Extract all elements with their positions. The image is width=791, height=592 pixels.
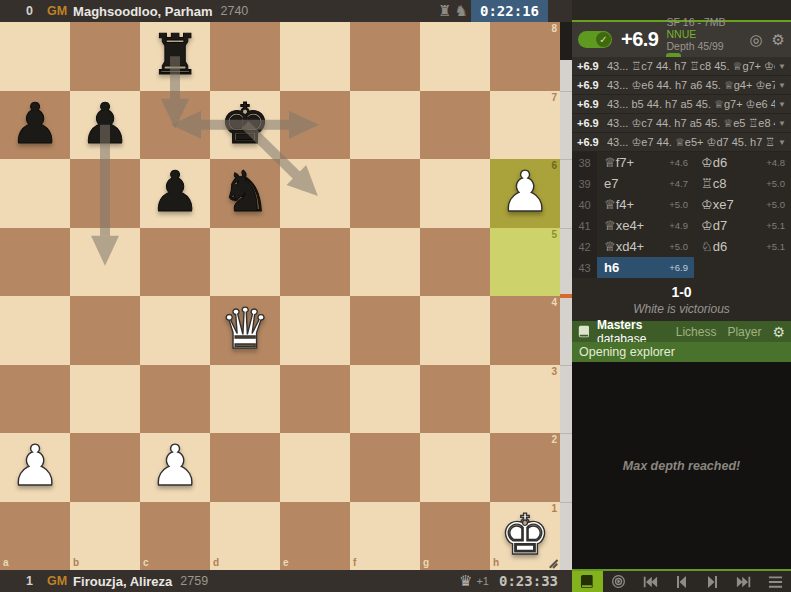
move-39-white[interactable]: e7+4.7 bbox=[597, 173, 694, 194]
line-moves: 43... b5 44. h7 a5 45. ♕g7+ ♔e6 46. h8=.… bbox=[607, 98, 775, 111]
file-label-b: b bbox=[73, 558, 79, 568]
move-41-black[interactable]: ♔d7+5.1 bbox=[694, 215, 791, 236]
file-label-g: g bbox=[423, 558, 429, 568]
square-d8[interactable] bbox=[210, 22, 280, 91]
rank-label-7: 7 bbox=[551, 93, 557, 103]
file-label-d: d bbox=[213, 558, 219, 568]
book-icon[interactable] bbox=[572, 571, 603, 592]
engine-line-2[interactable]: +6.943... ♔e6 44. h7 a6 45. ♕g4+ ♔e7 46.… bbox=[572, 76, 791, 95]
square-c1[interactable]: c bbox=[140, 502, 210, 571]
piece-black-rook-c8[interactable]: ♜ bbox=[140, 22, 210, 91]
panel-toolbar bbox=[572, 569, 791, 592]
square-h2[interactable]: 2 bbox=[490, 433, 560, 502]
square-e6[interactable] bbox=[280, 159, 350, 228]
move-38-white[interactable]: ♕f7++4.6 bbox=[597, 152, 694, 173]
engine-depth: Depth 45/99 bbox=[666, 40, 723, 52]
square-g3[interactable] bbox=[420, 365, 490, 434]
material-queen-icon: ♛ bbox=[459, 570, 472, 592]
square-f1[interactable]: f bbox=[350, 502, 420, 571]
move-list: 38♕f7++4.6♔d6+4.839e7+4.7♖c8+5.040♕f4++5… bbox=[572, 152, 791, 278]
captured-knight-icon: ♞ bbox=[455, 0, 468, 22]
eval-gauge-black-part bbox=[560, 22, 572, 60]
piece-black-pawn-a7[interactable]: ♟ bbox=[0, 91, 70, 160]
explorer-gear-icon[interactable]: ⚙ bbox=[772, 324, 785, 340]
engine-line-1[interactable]: +6.943... ♖c7 44. h7 ♖c8 45. ♕g7+ ♔e6 46… bbox=[572, 57, 791, 76]
move-42-white[interactable]: ♕xd4++5.0 bbox=[597, 236, 694, 257]
bottom-player-score: 1 bbox=[26, 574, 33, 588]
top-player-title: GM bbox=[47, 4, 67, 18]
top-player-bar: 0 GM Maghsoodloo, Parham 2740 ♜ ♞ 0:22:1… bbox=[0, 0, 572, 22]
book-icon bbox=[578, 325, 591, 338]
material-advantage: +1 bbox=[476, 575, 489, 587]
practice-target-icon[interactable]: ◎ bbox=[749, 32, 762, 48]
bottom-player-name[interactable]: Firouzja, Alireza bbox=[73, 574, 172, 589]
gyre-icon[interactable] bbox=[603, 571, 634, 592]
game-result: 1-0 bbox=[572, 283, 791, 301]
rank-label-8: 8 bbox=[551, 24, 557, 34]
previous-move-icon[interactable] bbox=[666, 571, 697, 592]
square-h7[interactable]: 7 bbox=[490, 91, 560, 160]
engine-header: ✓ +6.9 SF 16 - 7MB NNUE Depth 45/99 ∞ ◎ … bbox=[572, 20, 791, 57]
square-g7[interactable] bbox=[420, 91, 490, 160]
piece-white-pawn-h6[interactable]: ♟ bbox=[490, 159, 560, 228]
line-eval: +6.9 bbox=[577, 98, 607, 110]
eval-gauge-midline bbox=[560, 294, 572, 298]
eval-gauge bbox=[560, 22, 572, 570]
square-e1[interactable]: e bbox=[280, 502, 350, 571]
square-a8[interactable] bbox=[0, 22, 70, 91]
move-40-black[interactable]: ♔xe7+5.0 bbox=[694, 194, 791, 215]
move-row-43: 43h6+6.9 bbox=[572, 257, 791, 278]
square-b1[interactable]: b bbox=[70, 502, 140, 571]
square-e8[interactable] bbox=[280, 22, 350, 91]
square-e2[interactable] bbox=[280, 433, 350, 502]
bottom-player-title: GM bbox=[47, 574, 67, 588]
piece-black-king-d7[interactable]: ♚ bbox=[210, 91, 280, 160]
move-number: 40 bbox=[572, 194, 597, 215]
square-a5[interactable] bbox=[0, 228, 70, 297]
move-number: 43 bbox=[572, 257, 597, 278]
square-d1[interactable]: d bbox=[210, 502, 280, 571]
move-41-white[interactable]: ♕xe4++4.9 bbox=[597, 215, 694, 236]
chevron-down-icon[interactable]: ▼ bbox=[778, 62, 786, 71]
square-f8[interactable] bbox=[350, 22, 420, 91]
top-player-rating: 2740 bbox=[221, 4, 249, 18]
engine-lines: +6.943... ♖c7 44. h7 ♖c8 45. ♕g7+ ♔e6 46… bbox=[572, 57, 791, 152]
engine-toggle-check-icon: ✓ bbox=[596, 32, 611, 47]
line-moves: 43... ♔c7 44. h7 a5 45. ♕e5 ♖e8 46. ♕xe.… bbox=[607, 117, 775, 130]
square-a6[interactable] bbox=[0, 159, 70, 228]
engine-line-3[interactable]: +6.943... b5 44. h7 a5 45. ♕g7+ ♔e6 46. … bbox=[572, 95, 791, 114]
square-e5[interactable] bbox=[280, 228, 350, 297]
piece-black-knight-d6[interactable]: ♞ bbox=[210, 159, 280, 228]
piece-white-pawn-c2[interactable]: ♟ bbox=[140, 433, 210, 502]
square-f6[interactable] bbox=[350, 159, 420, 228]
analysis-panel: ✓ +6.9 SF 16 - 7MB NNUE Depth 45/99 ∞ ◎ … bbox=[572, 0, 791, 592]
square-a1[interactable]: a bbox=[0, 502, 70, 571]
file-label-c: c bbox=[143, 558, 149, 568]
square-h3[interactable]: 3 bbox=[490, 365, 560, 434]
square-b2[interactable] bbox=[70, 433, 140, 502]
move-number: 41 bbox=[572, 215, 597, 236]
captured-rook-icon: ♜ bbox=[438, 0, 451, 22]
gear-icon[interactable]: ⚙ bbox=[772, 32, 785, 48]
chevron-down-icon[interactable]: ▼ bbox=[778, 119, 786, 128]
piece-white-pawn-a2[interactable]: ♟ bbox=[0, 433, 70, 502]
square-a3[interactable] bbox=[0, 365, 70, 434]
rank-label-4: 4 bbox=[551, 298, 557, 308]
move-row-39: 39e7+4.7♖c8+5.0 bbox=[572, 173, 791, 194]
piece-black-pawn-b7[interactable]: ♟ bbox=[70, 91, 140, 160]
square-c7[interactable] bbox=[140, 91, 210, 160]
move-39-black[interactable]: ♖c8+5.0 bbox=[694, 173, 791, 194]
line-eval: +6.9 bbox=[577, 79, 607, 91]
square-b3[interactable] bbox=[70, 365, 140, 434]
explorer-body: Max depth reached! bbox=[572, 362, 791, 569]
opening-explorer-title: Opening explorer bbox=[572, 342, 791, 362]
game-result-block: 1-0 White is victorious bbox=[572, 278, 791, 321]
first-move-icon[interactable] bbox=[635, 571, 666, 592]
square-f3[interactable] bbox=[350, 365, 420, 434]
move-40-white[interactable]: ♕f4++5.0 bbox=[597, 194, 694, 215]
move-number: 42 bbox=[572, 236, 597, 257]
engine-name: SF 16 - 7MB bbox=[666, 16, 725, 28]
file-label-e: e bbox=[283, 558, 289, 568]
square-g1[interactable]: g bbox=[420, 502, 490, 571]
square-f7[interactable] bbox=[350, 91, 420, 160]
move-43-black bbox=[694, 257, 791, 278]
square-h4[interactable]: 4 bbox=[490, 296, 560, 365]
square-h5[interactable]: 5 bbox=[490, 228, 560, 297]
square-e7[interactable] bbox=[280, 91, 350, 160]
next-move-icon[interactable] bbox=[697, 571, 728, 592]
engine-toggle[interactable]: ✓ bbox=[578, 31, 612, 48]
top-player-name[interactable]: Maghsoodloo, Parham bbox=[73, 4, 212, 19]
move-number: 39 bbox=[572, 173, 597, 194]
bottom-player-bar: 1 GM Firouzja, Alireza 2759 ♛ +1 0:23:33 bbox=[0, 570, 572, 592]
line-eval: +6.9 bbox=[577, 117, 607, 129]
explorer-tab-player[interactable]: Player bbox=[727, 325, 761, 339]
menu-icon[interactable] bbox=[760, 571, 791, 592]
square-d2[interactable] bbox=[210, 433, 280, 502]
file-label-a: a bbox=[3, 558, 9, 568]
bottom-player-clock: 0:23:33 bbox=[499, 573, 572, 589]
line-moves: 43... ♔e6 44. h7 a6 45. ♕g4+ ♔e7 46. ♕..… bbox=[607, 79, 775, 92]
chevron-down-icon[interactable]: ▼ bbox=[778, 100, 786, 109]
square-f2[interactable] bbox=[350, 433, 420, 502]
square-b4[interactable] bbox=[70, 296, 140, 365]
line-eval: +6.9 bbox=[577, 136, 607, 148]
move-row-42: 42♕xd4++5.0♘d6+5.1 bbox=[572, 236, 791, 257]
rank-label-3: 3 bbox=[551, 367, 557, 377]
top-player-score: 0 bbox=[26, 4, 33, 18]
square-b5[interactable] bbox=[70, 228, 140, 297]
explorer-tabs: Masters databaseLichessPlayer⚙ bbox=[572, 321, 791, 342]
file-label-f: f bbox=[353, 558, 356, 568]
line-moves: 43... ♔e7 44. ♕e5+ ♔d7 45. h7 ♖e8 46.... bbox=[607, 136, 775, 149]
square-d3[interactable] bbox=[210, 365, 280, 434]
engine-line-4[interactable]: +6.943... ♔c7 44. h7 a5 45. ♕e5 ♖e8 46. … bbox=[572, 114, 791, 133]
line-eval: +6.9 bbox=[577, 60, 607, 72]
square-b8[interactable] bbox=[70, 22, 140, 91]
square-h8[interactable]: 8 bbox=[490, 22, 560, 91]
square-f4[interactable] bbox=[350, 296, 420, 365]
move-row-41: 41♕xe4++4.9♔d7+5.1 bbox=[572, 215, 791, 236]
piece-white-queen-d4[interactable]: ♛ bbox=[210, 296, 280, 365]
square-c5[interactable] bbox=[140, 228, 210, 297]
square-c4[interactable] bbox=[140, 296, 210, 365]
square-e4[interactable] bbox=[280, 296, 350, 365]
square-g5[interactable] bbox=[420, 228, 490, 297]
move-row-38: 38♕f7++4.6♔d6+4.8 bbox=[572, 152, 791, 173]
move-38-black[interactable]: ♔d6+4.8 bbox=[694, 152, 791, 173]
explorer-tab-lichess[interactable]: Lichess bbox=[676, 325, 717, 339]
rank-label-5: 5 bbox=[551, 230, 557, 240]
square-d5[interactable] bbox=[210, 228, 280, 297]
board-resize-handle[interactable] bbox=[549, 559, 558, 568]
engine-line-5[interactable]: +6.943... ♔e7 44. ♕e5+ ♔d7 45. h7 ♖e8 46… bbox=[572, 133, 791, 152]
move-42-black[interactable]: ♘d6+5.1 bbox=[694, 236, 791, 257]
line-moves: 43... ♖c7 44. h7 ♖c8 45. ♕g7+ ♔e6 46. h.… bbox=[607, 60, 775, 73]
board-column: 0 GM Maghsoodloo, Parham 2740 ♜ ♞ 0:22:1… bbox=[0, 0, 572, 592]
chevron-down-icon[interactable]: ▼ bbox=[778, 138, 786, 147]
square-g4[interactable] bbox=[420, 296, 490, 365]
bottom-player-rating: 2759 bbox=[180, 574, 208, 588]
last-move-icon[interactable] bbox=[728, 571, 759, 592]
square-e3[interactable] bbox=[280, 365, 350, 434]
square-g2[interactable] bbox=[420, 433, 490, 502]
chevron-down-icon[interactable]: ▼ bbox=[778, 81, 786, 90]
lichess-analysis-app: 0 GM Maghsoodloo, Parham 2740 ♜ ♞ 0:22:1… bbox=[0, 0, 791, 592]
square-f5[interactable] bbox=[350, 228, 420, 297]
top-player-clock: 0:22:16 bbox=[471, 0, 548, 22]
square-c3[interactable] bbox=[140, 365, 210, 434]
move-43-white[interactable]: h6+6.9 bbox=[597, 257, 694, 278]
square-g6[interactable] bbox=[420, 159, 490, 228]
engine-nnue-label: NNUE bbox=[666, 28, 696, 40]
square-b6[interactable] bbox=[70, 159, 140, 228]
square-a4[interactable] bbox=[0, 296, 70, 365]
explorer-message: Max depth reached! bbox=[623, 459, 740, 473]
square-g8[interactable] bbox=[420, 22, 490, 91]
move-row-40: 40♕f4++5.0♔xe7+5.0 bbox=[572, 194, 791, 215]
piece-black-pawn-c6[interactable]: ♟ bbox=[140, 159, 210, 228]
move-number: 38 bbox=[572, 152, 597, 173]
engine-eval: +6.9 bbox=[621, 28, 658, 51]
rank-label-2: 2 bbox=[551, 435, 557, 445]
